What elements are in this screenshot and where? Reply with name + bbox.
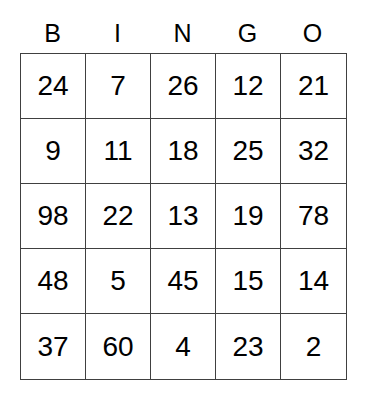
- cell-r1c1[interactable]: 24: [21, 54, 86, 119]
- cell-r1c4[interactable]: 12: [216, 54, 281, 119]
- bingo-board: 24 7 26 12 21 9 11 18 25 32 98 22 13 19 …: [20, 53, 347, 380]
- cell-r1c5[interactable]: 21: [281, 54, 346, 119]
- cell-r3c5[interactable]: 78: [281, 184, 346, 249]
- header-letter-i: I: [85, 14, 150, 53]
- cell-r3c3[interactable]: 13: [151, 184, 216, 249]
- cell-r2c4[interactable]: 25: [216, 119, 281, 184]
- cell-r2c3[interactable]: 18: [151, 119, 216, 184]
- header-letter-b: B: [20, 14, 85, 53]
- cell-r1c3[interactable]: 26: [151, 54, 216, 119]
- bingo-header: B I N G O: [20, 14, 347, 53]
- header-letter-n: N: [150, 14, 215, 53]
- cell-r4c4[interactable]: 15: [216, 249, 281, 314]
- cell-r4c2[interactable]: 5: [86, 249, 151, 314]
- cell-r5c3[interactable]: 4: [151, 314, 216, 379]
- cell-r2c2[interactable]: 11: [86, 119, 151, 184]
- header-letter-g: G: [215, 14, 280, 53]
- bingo-card-inner: B I N G O 24 7 26 12 21 9 11 18 25 32 98…: [20, 14, 347, 380]
- cell-r5c4[interactable]: 23: [216, 314, 281, 379]
- cell-r5c1[interactable]: 37: [21, 314, 86, 379]
- cell-r4c1[interactable]: 48: [21, 249, 86, 314]
- cell-r3c2[interactable]: 22: [86, 184, 151, 249]
- cell-r5c2[interactable]: 60: [86, 314, 151, 379]
- cell-r3c4[interactable]: 19: [216, 184, 281, 249]
- cell-r2c5[interactable]: 32: [281, 119, 346, 184]
- cell-r3c1[interactable]: 98: [21, 184, 86, 249]
- bingo-card: B I N G O 24 7 26 12 21 9 11 18 25 32 98…: [0, 0, 368, 400]
- cell-r4c5[interactable]: 14: [281, 249, 346, 314]
- cell-r2c1[interactable]: 9: [21, 119, 86, 184]
- cell-r4c3[interactable]: 45: [151, 249, 216, 314]
- cell-r5c5[interactable]: 2: [281, 314, 346, 379]
- header-letter-o: O: [280, 14, 345, 53]
- cell-r1c2[interactable]: 7: [86, 54, 151, 119]
